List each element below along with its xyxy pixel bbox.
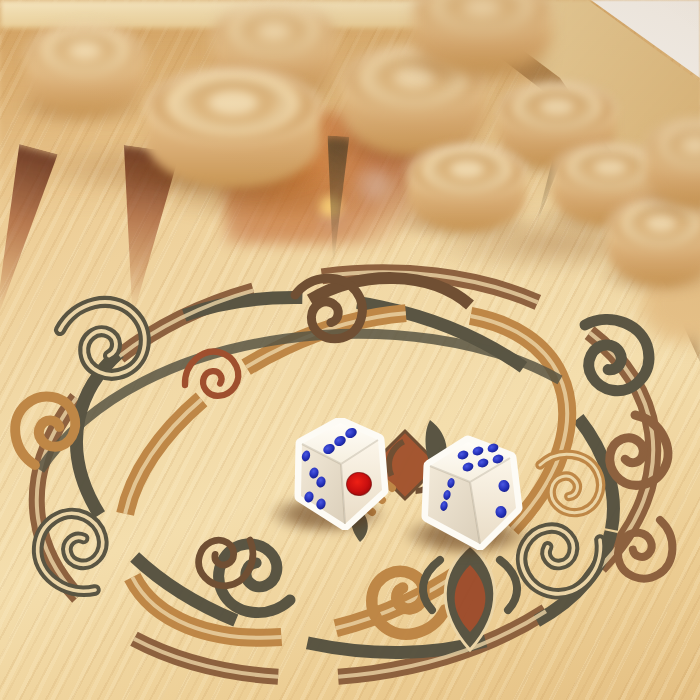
left-die [288, 418, 392, 530]
checker-top-face [146, 68, 320, 145]
wooden-checker [412, 0, 552, 74]
checker-top-face [212, 4, 336, 64]
checker-top-face [498, 82, 616, 137]
wooden-checker [646, 120, 700, 208]
checker-top-face [408, 144, 526, 200]
wooden-checker [146, 68, 320, 188]
checker-top-face [26, 24, 144, 83]
right-die [420, 434, 524, 550]
backgammon-board-photo [0, 0, 700, 700]
wooden-checker [408, 144, 526, 232]
wooden-checker [26, 24, 144, 116]
